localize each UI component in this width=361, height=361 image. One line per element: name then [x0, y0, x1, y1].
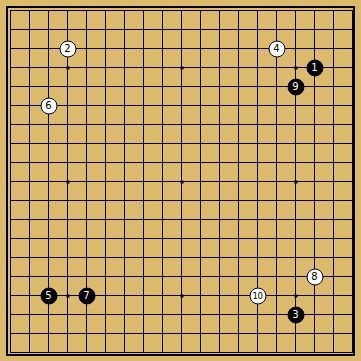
stone-black-1: 1 [306, 59, 323, 76]
stone-white-10: 10 [249, 287, 266, 304]
stone-black-5: 5 [40, 287, 57, 304]
star-point [66, 180, 69, 183]
go-board: 12345678910 [0, 0, 361, 361]
star-point [66, 66, 69, 69]
stone-black-9: 9 [287, 78, 304, 95]
stone-white-6: 6 [40, 97, 57, 114]
stone-white-2: 2 [59, 40, 76, 57]
star-point [180, 66, 183, 69]
star-point [180, 180, 183, 183]
stone-black-3: 3 [287, 306, 304, 323]
stone-white-8: 8 [306, 268, 323, 285]
stone-white-4: 4 [268, 40, 285, 57]
star-point [180, 294, 183, 297]
star-point [294, 66, 297, 69]
star-point [294, 180, 297, 183]
star-point [66, 294, 69, 297]
stone-black-7: 7 [78, 287, 95, 304]
star-point [294, 294, 297, 297]
